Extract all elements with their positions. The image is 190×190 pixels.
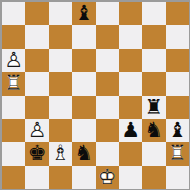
square-b6[interactable] — [25, 49, 48, 72]
square-h5[interactable] — [166, 72, 189, 95]
square-d2[interactable]: ♞ — [72, 142, 95, 165]
square-h7[interactable] — [166, 25, 189, 48]
piece-glyph-outline: ♙ — [2, 49, 25, 72]
piece-black-knight[interactable]: ♞ — [142, 119, 165, 142]
square-f2[interactable] — [119, 142, 142, 165]
piece-white-rook[interactable]: ♜♖ — [166, 142, 189, 165]
square-b8[interactable] — [25, 2, 48, 25]
square-b5[interactable] — [25, 72, 48, 95]
square-f8[interactable] — [119, 2, 142, 25]
square-e1[interactable]: ♚♔ — [96, 166, 119, 189]
square-g2[interactable] — [142, 142, 165, 165]
square-g3[interactable]: ♞ — [142, 119, 165, 142]
piece-black-pawn[interactable]: ♟ — [119, 119, 142, 142]
piece-black-bishop[interactable]: ♝ — [72, 2, 95, 25]
square-d6[interactable] — [72, 49, 95, 72]
square-b2[interactable]: ♚ — [25, 142, 48, 165]
square-d1[interactable] — [72, 166, 95, 189]
piece-glyph-outline: ♖ — [166, 142, 189, 165]
piece-glyph-outline: ♗ — [49, 142, 72, 165]
square-g5[interactable] — [142, 72, 165, 95]
piece-glyph-outline: ♙ — [25, 119, 48, 142]
piece-black-bishop[interactable]: ♝ — [166, 119, 189, 142]
square-h2[interactable]: ♜♖ — [166, 142, 189, 165]
square-a1[interactable] — [2, 166, 25, 189]
piece-white-pawn[interactable]: ♟♙ — [2, 49, 25, 72]
square-d7[interactable] — [72, 25, 95, 48]
square-e8[interactable] — [96, 2, 119, 25]
square-g8[interactable] — [142, 2, 165, 25]
square-e5[interactable] — [96, 72, 119, 95]
square-c7[interactable] — [49, 25, 72, 48]
piece-black-king[interactable]: ♚ — [25, 142, 48, 165]
square-f6[interactable] — [119, 49, 142, 72]
piece-white-king[interactable]: ♚♔ — [96, 166, 119, 189]
square-a6[interactable]: ♟♙ — [2, 49, 25, 72]
square-c3[interactable] — [49, 119, 72, 142]
square-e3[interactable] — [96, 119, 119, 142]
square-a5[interactable]: ♜♖ — [2, 72, 25, 95]
piece-white-bishop[interactable]: ♝♗ — [49, 142, 72, 165]
square-d3[interactable] — [72, 119, 95, 142]
square-a8[interactable] — [2, 2, 25, 25]
square-h8[interactable] — [166, 2, 189, 25]
square-f3[interactable]: ♟ — [119, 119, 142, 142]
square-h3[interactable]: ♝ — [166, 119, 189, 142]
piece-glyph-outline: ♖ — [2, 72, 25, 95]
square-f1[interactable] — [119, 166, 142, 189]
piece-white-pawn[interactable]: ♟♙ — [25, 119, 48, 142]
square-b7[interactable] — [25, 25, 48, 48]
square-c6[interactable] — [49, 49, 72, 72]
square-a2[interactable] — [2, 142, 25, 165]
square-c5[interactable] — [49, 72, 72, 95]
square-f7[interactable] — [119, 25, 142, 48]
piece-white-rook[interactable]: ♜♖ — [2, 72, 25, 95]
chess-board: ♝♟♙♜♖♜♟♙♟♞♝♚♝♗♞♜♖♚♔ — [0, 0, 190, 190]
square-h6[interactable] — [166, 49, 189, 72]
square-d4[interactable] — [72, 96, 95, 119]
square-g1[interactable] — [142, 166, 165, 189]
piece-black-knight[interactable]: ♞ — [72, 142, 95, 165]
square-g7[interactable] — [142, 25, 165, 48]
square-b1[interactable] — [25, 166, 48, 189]
square-c2[interactable]: ♝♗ — [49, 142, 72, 165]
square-a7[interactable] — [2, 25, 25, 48]
square-h1[interactable] — [166, 166, 189, 189]
square-c8[interactable] — [49, 2, 72, 25]
square-f5[interactable] — [119, 72, 142, 95]
square-b3[interactable]: ♟♙ — [25, 119, 48, 142]
square-f4[interactable] — [119, 96, 142, 119]
square-e6[interactable] — [96, 49, 119, 72]
square-e7[interactable] — [96, 25, 119, 48]
square-d5[interactable] — [72, 72, 95, 95]
square-a4[interactable] — [2, 96, 25, 119]
square-b4[interactable] — [25, 96, 48, 119]
square-g6[interactable] — [142, 49, 165, 72]
piece-black-rook[interactable]: ♜ — [142, 96, 165, 119]
square-a3[interactable] — [2, 119, 25, 142]
piece-glyph-outline: ♔ — [96, 166, 119, 189]
square-c1[interactable] — [49, 166, 72, 189]
square-e4[interactable] — [96, 96, 119, 119]
square-c4[interactable] — [49, 96, 72, 119]
square-g4[interactable]: ♜ — [142, 96, 165, 119]
square-h4[interactable] — [166, 96, 189, 119]
square-e2[interactable] — [96, 142, 119, 165]
square-d8[interactable]: ♝ — [72, 2, 95, 25]
